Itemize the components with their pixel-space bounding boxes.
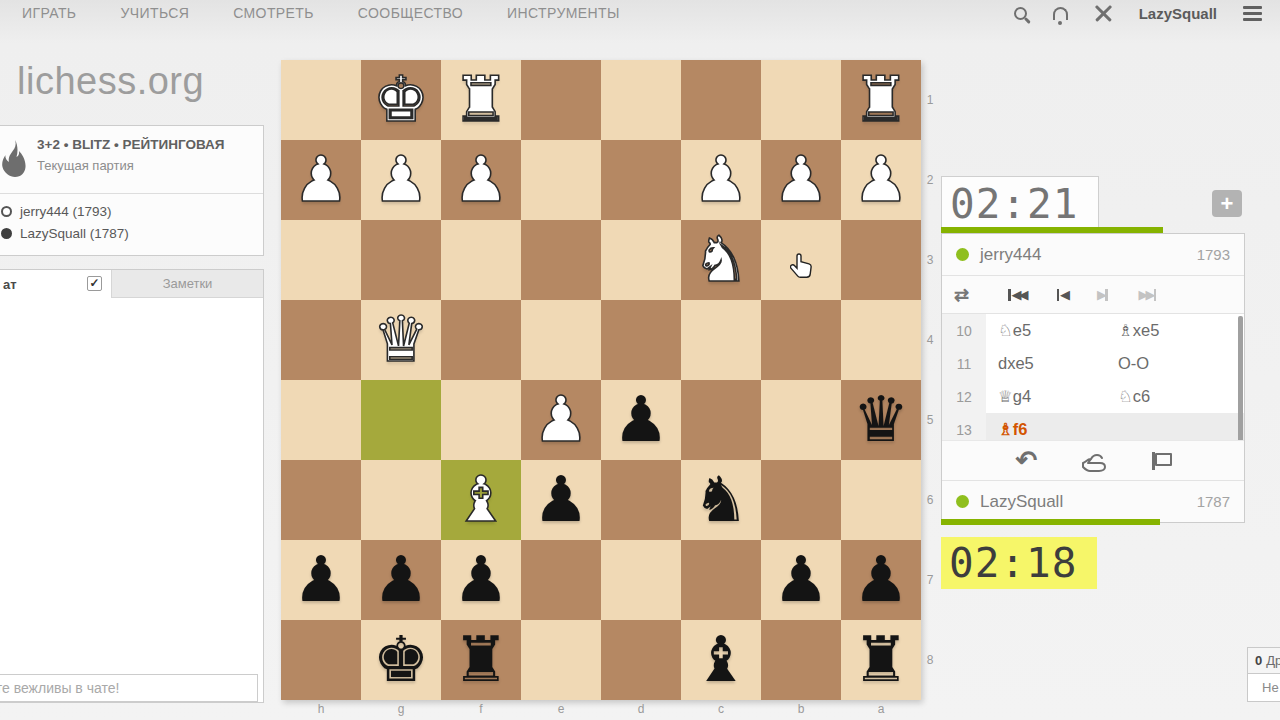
game-status-label: Текущая партия (37, 158, 134, 173)
square-f3[interactable] (441, 220, 521, 300)
piece-black-pawn[interactable]: ♟ (281, 540, 361, 620)
square-a4[interactable] (841, 300, 921, 380)
file-label-h: h (281, 700, 361, 718)
square-a3[interactable] (841, 220, 921, 300)
rank-label-8: 8 (923, 620, 937, 700)
hamburger-menu-icon[interactable] (1243, 6, 1262, 21)
opponent-rating: 1793 (1197, 246, 1230, 263)
square-g3[interactable] (361, 220, 441, 300)
square-h4[interactable] (281, 300, 361, 380)
square-e1[interactable] (521, 60, 601, 140)
square-b8[interactable] (761, 620, 841, 700)
player-rating: 1787 (1197, 493, 1230, 510)
clock-white: 02:21 (941, 176, 1099, 231)
add-time-button[interactable]: + (1212, 190, 1242, 217)
piece-black-pawn[interactable]: ♟ (601, 380, 681, 460)
blitz-flame-icon (2, 140, 26, 178)
square-h1[interactable] (281, 60, 361, 140)
square-g2[interactable]: ♟ (361, 140, 441, 220)
move-white[interactable]: ♕g4 (986, 387, 1106, 406)
move-list: 10♘e5♗xe511dxe5O-O12♕g4♘c613♗f6 (942, 314, 1244, 440)
piece-black-pawn[interactable]: ♟ (841, 540, 921, 620)
flip-board-icon[interactable]: ⇄ (954, 284, 969, 306)
square-a5[interactable]: ♛ (841, 380, 921, 460)
square-g5[interactable] (361, 380, 441, 460)
square-f2[interactable]: ♟ (441, 140, 521, 220)
square-c3[interactable]: ♞ (681, 220, 761, 300)
first-move-button[interactable]: ◀◀ (1007, 287, 1026, 302)
piece-white-king[interactable]: ♚ (361, 60, 441, 140)
rank-label-1: 1 (923, 60, 937, 140)
square-g7[interactable]: ♟ (361, 540, 441, 620)
move-white[interactable]: ♘e5 (986, 321, 1106, 340)
game-info-box: 3+2 • BLITZ • РЕЙТИНГОВАЯ Текущая партия… (0, 125, 264, 256)
square-c5[interactable] (681, 380, 761, 460)
square-d1[interactable] (601, 60, 681, 140)
square-a1[interactable]: ♜ (841, 60, 921, 140)
piece-black-knight[interactable]: ♞ (681, 460, 761, 540)
move-number: 12 (942, 380, 986, 413)
square-c7[interactable] (681, 540, 761, 620)
square-d8[interactable] (601, 620, 681, 700)
piece-white-pawn[interactable]: ♟ (761, 140, 841, 220)
white-player-name[interactable]: jerry444 (1793) (20, 204, 112, 219)
tab-notes[interactable]: Заметки (111, 270, 263, 298)
rank-label-2: 2 (923, 140, 937, 220)
file-label-c: c (681, 700, 761, 718)
square-h2[interactable]: ♟ (281, 140, 361, 220)
player-row-black: LazySquall (1787) (0, 223, 129, 243)
square-h7[interactable]: ♟ (281, 540, 361, 620)
chat-input[interactable] (0, 674, 258, 702)
friends-widget: 0Дру Не (1247, 647, 1280, 702)
online-dot (956, 248, 969, 261)
nav-item-learn[interactable]: УЧИТЬСЯ (120, 5, 189, 21)
square-d7[interactable] (601, 540, 681, 620)
piece-white-pawn[interactable]: ♟ (441, 140, 521, 220)
player-row: LazySquall 1787 (942, 480, 1244, 522)
square-a7[interactable]: ♟ (841, 540, 921, 620)
file-label-d: d (601, 700, 681, 718)
next-move-button[interactable]: ▶ (1097, 287, 1109, 302)
square-d3[interactable] (601, 220, 681, 300)
move-list-scrollbar[interactable] (1238, 316, 1243, 440)
move-nav-row: ⇄ ◀◀ ◀ ▶ ▶▶ (942, 276, 1244, 314)
rank-labels: 12345678 (923, 60, 937, 700)
square-c4[interactable] (681, 300, 761, 380)
opponent-row: jerry444 1793 (942, 234, 1244, 276)
square-f1[interactable]: ♜ (441, 60, 521, 140)
square-e4[interactable] (521, 300, 601, 380)
search-icon[interactable] (1014, 7, 1027, 20)
square-a8[interactable]: ♜ (841, 620, 921, 700)
square-b3[interactable] (761, 220, 841, 300)
last-move-button[interactable]: ▶▶ (1139, 287, 1158, 302)
piece-white-pawn[interactable]: ♟ (361, 140, 441, 220)
square-d5[interactable]: ♟ (601, 380, 681, 460)
black-piece-color-icon (1, 228, 12, 239)
square-b1[interactable] (761, 60, 841, 140)
square-h5[interactable] (281, 380, 361, 460)
move-number: 11 (942, 347, 986, 380)
lichess-logo[interactable]: lichess.org (17, 60, 204, 103)
move-number: 13 (942, 413, 986, 440)
square-g4[interactable]: ♛ (361, 300, 441, 380)
square-e8[interactable] (521, 620, 601, 700)
piece-black-pawn[interactable]: ♟ (761, 540, 841, 620)
challenges-swords-icon[interactable] (1094, 4, 1113, 23)
move-row-12: 12♕g4♘c6 (942, 380, 1244, 413)
nav-right: LazySquall (1014, 4, 1280, 23)
move-black[interactable]: O-O (1106, 354, 1244, 373)
nav-menu: ИГРАТЬ УЧИТЬСЯ СМОТРЕТЬ СООБЩЕСТВО ИНСТР… (0, 5, 620, 21)
nav-item-watch[interactable]: СМОТРЕТЬ (233, 5, 314, 21)
chess-board[interactable]: ♚♜♜♟♟♟♟♟♟♞♛♟♟♛♝♟♞♟♟♟♟♟♚♜♝♜ (281, 60, 921, 700)
tab-chat[interactable]: ат (3, 277, 17, 292)
file-labels: hgfedcba (281, 700, 921, 718)
prev-move-button[interactable]: ◀ (1056, 287, 1068, 302)
resign-flag-icon[interactable] (1150, 452, 1170, 470)
rank-label-6: 6 (923, 460, 937, 540)
divider (0, 193, 263, 194)
square-g8[interactable]: ♚ (361, 620, 441, 700)
square-c8[interactable]: ♝ (681, 620, 761, 700)
piece-white-rook[interactable]: ♜ (841, 60, 921, 140)
rank-label-4: 4 (923, 300, 937, 380)
square-f8[interactable]: ♜ (441, 620, 521, 700)
move-black[interactable]: ♘c6 (1106, 387, 1244, 406)
move-row-11: 11dxe5O-O (942, 347, 1244, 380)
piece-black-rook[interactable]: ♜ (841, 620, 921, 700)
takeback-icon[interactable]: ↶ (1016, 445, 1038, 476)
nav-item-community[interactable]: СООБЩЕСТВО (358, 5, 463, 21)
piece-black-queen[interactable]: ♛ (841, 380, 921, 460)
piece-white-pawn[interactable]: ♟ (521, 380, 601, 460)
chat-panel: ат ✓ Заметки (0, 269, 264, 703)
rank-label-5: 5 (923, 380, 937, 460)
draw-offer-hand-icon[interactable] (1081, 450, 1107, 472)
file-label-a: a (841, 700, 921, 718)
square-e3[interactable] (521, 220, 601, 300)
move-row-13: 13♗f6 (942, 413, 1244, 440)
square-d6[interactable] (601, 460, 681, 540)
square-b6[interactable] (761, 460, 841, 540)
top-nav: ИГРАТЬ УЧИТЬСЯ СМОТРЕТЬ СООБЩЕСТВО ИНСТР… (0, 0, 1280, 26)
piece-white-rook[interactable]: ♜ (441, 60, 521, 140)
file-label-e: e (521, 700, 601, 718)
square-b4[interactable] (761, 300, 841, 380)
rank-label-3: 3 (923, 220, 937, 300)
square-d4[interactable] (601, 300, 681, 380)
file-label-b: b (761, 700, 841, 718)
piece-black-pawn[interactable]: ♟ (521, 460, 601, 540)
piece-white-knight[interactable]: ♞ (681, 220, 761, 300)
file-label-g: g (361, 700, 441, 718)
square-g6[interactable] (361, 460, 441, 540)
game-side-panel: jerry444 1793 ⇄ ◀◀ ◀ ▶ ▶▶ 10♘e5♗xe511dxe… (941, 233, 1245, 523)
piece-black-pawn[interactable]: ♟ (441, 540, 521, 620)
square-h8[interactable] (281, 620, 361, 700)
chat-toggle-checkbox[interactable]: ✓ (87, 276, 102, 291)
square-a2[interactable]: ♟ (841, 140, 921, 220)
rank-label-7: 7 (923, 540, 937, 620)
square-h6[interactable] (281, 460, 361, 540)
move-white[interactable]: dxe5 (986, 354, 1106, 373)
friends-widget-row[interactable]: Не (1247, 674, 1280, 702)
black-player-name[interactable]: LazySquall (1787) (20, 226, 129, 241)
piece-black-pawn[interactable]: ♟ (361, 540, 441, 620)
piece-black-king[interactable]: ♚ (361, 620, 441, 700)
square-e5[interactable]: ♟ (521, 380, 601, 460)
move-row-10: 10♘e5♗xe5 (942, 314, 1244, 347)
move-black[interactable]: ♗xe5 (1106, 321, 1244, 340)
nav-username[interactable]: LazySquall (1139, 5, 1217, 22)
clock-black-active: 02:18 (941, 537, 1097, 589)
game-actions-row: ↶ (942, 440, 1244, 480)
square-b5[interactable] (761, 380, 841, 460)
square-f6[interactable]: ♝ (441, 460, 521, 540)
piece-black-bishop[interactable]: ♝ (681, 620, 761, 700)
square-f4[interactable] (441, 300, 521, 380)
square-e6[interactable]: ♟ (521, 460, 601, 540)
white-piece-color-icon (1, 206, 12, 217)
square-h3[interactable] (281, 220, 361, 300)
player-row-white: jerry444 (1793) (0, 201, 112, 221)
square-b7[interactable]: ♟ (761, 540, 841, 620)
square-c6[interactable]: ♞ (681, 460, 761, 540)
opponent-name[interactable]: jerry444 (980, 245, 1041, 265)
time-control-label: 3+2 • BLITZ • РЕЙТИНГОВАЯ (37, 137, 225, 152)
player-name[interactable]: LazySquall (980, 492, 1063, 512)
piece-white-bishop[interactable]: ♝ (441, 460, 521, 540)
square-f5[interactable] (441, 380, 521, 460)
square-g1[interactable]: ♚ (361, 60, 441, 140)
time-bar-black (941, 519, 1245, 525)
nav-item-tools[interactable]: ИНСТРУМЕНТЫ (507, 5, 620, 21)
piece-white-pawn[interactable]: ♟ (841, 140, 921, 220)
notifications-bell-icon[interactable] (1053, 7, 1068, 20)
move-white[interactable]: ♗f6 (986, 420, 1106, 439)
online-dot (956, 495, 969, 508)
square-e7[interactable] (521, 540, 601, 620)
square-a6[interactable] (841, 460, 921, 540)
square-c1[interactable] (681, 60, 761, 140)
square-e2[interactable] (521, 140, 601, 220)
square-f7[interactable]: ♟ (441, 540, 521, 620)
square-b2[interactable]: ♟ (761, 140, 841, 220)
nav-item-play[interactable]: ИГРАТЬ (22, 5, 76, 21)
square-c2[interactable]: ♟ (681, 140, 761, 220)
piece-white-queen[interactable]: ♛ (361, 300, 441, 380)
piece-white-pawn[interactable]: ♟ (681, 140, 761, 220)
file-label-f: f (441, 700, 521, 718)
piece-black-rook[interactable]: ♜ (441, 620, 521, 700)
piece-white-pawn[interactable]: ♟ (281, 140, 361, 220)
friends-online-count[interactable]: 0Дру (1247, 647, 1280, 674)
square-d2[interactable] (601, 140, 681, 220)
move-number: 10 (942, 314, 986, 347)
